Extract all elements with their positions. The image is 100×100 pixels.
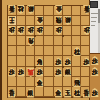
board-cell[interactable] [44,87,53,97]
hand-piece[interactable]: 歩 [91,56,99,65]
star-point [34,35,36,37]
board-cell[interactable] [72,6,81,16]
captured-pieces-tray: 歩歩歩 [90,53,100,100]
board-cell[interactable] [44,77,53,87]
star-point [62,66,64,68]
side-panel: 歩歩歩 [90,0,100,100]
board-cell[interactable] [8,77,17,87]
board-cell[interactable] [72,56,81,66]
board-cell[interactable] [44,6,53,16]
board-cell[interactable] [44,26,53,36]
board-cell[interactable] [44,67,53,77]
board-cell[interactable] [17,16,26,26]
board-cell[interactable] [17,46,26,56]
star-point [62,35,64,37]
scrollbar-thumb[interactable] [98,9,100,23]
board-cell[interactable] [44,16,53,26]
move-list-line [91,25,95,26]
hand-piece[interactable]: 歩 [91,88,99,97]
board-cell[interactable] [81,36,90,46]
board-cell[interactable] [81,77,90,87]
board-cell[interactable] [44,36,53,46]
board-cell[interactable] [72,67,81,77]
board-cell[interactable] [63,36,72,46]
board-cell[interactable] [44,56,53,66]
board-cell[interactable] [35,46,44,56]
board-cell[interactable] [8,36,17,46]
board-cell[interactable] [17,77,26,87]
board-cell[interactable] [17,87,26,97]
board-cell[interactable] [63,46,72,56]
board-cell[interactable] [81,16,90,26]
board-cell[interactable] [35,87,44,97]
board-cell[interactable] [81,46,90,56]
move-list-line [91,17,97,18]
hand-piece[interactable]: 歩 [91,67,99,76]
board-cell[interactable] [63,77,72,87]
board-cell[interactable] [8,46,17,56]
board-cell[interactable] [17,56,26,66]
board-cell[interactable] [17,36,26,46]
board-cell[interactable] [35,36,44,46]
board-cell[interactable] [35,6,44,16]
board-cell[interactable] [44,46,53,56]
star-point [34,66,36,68]
scrollbar[interactable] [98,9,100,53]
board-cell[interactable] [26,16,35,26]
board-cell[interactable] [26,46,35,56]
board-cell[interactable] [54,46,63,56]
shogi-app: 香桂銀金香王金飛銀歩歩歩歩歩歩角桂角歩歩歩歩歩馬歩歩銀金飛香銀金玉桂香 歩歩歩 [0,0,100,100]
board-cell[interactable] [63,6,72,16]
board-cell[interactable] [54,36,63,46]
menu-button[interactable] [90,1,98,8]
move-list-line [91,13,98,14]
board-cell[interactable] [26,77,35,87]
board-cell[interactable] [72,16,81,26]
board-cell[interactable] [8,56,17,66]
board-cell[interactable] [54,77,63,87]
board-cell[interactable] [81,67,90,77]
move-list-line [91,21,96,22]
board-cell[interactable] [26,56,35,66]
board-cell[interactable] [72,26,81,36]
board-cell[interactable] [63,26,72,36]
shogi-board: 香桂銀金香王金飛銀歩歩歩歩歩歩角桂角歩歩歩歩歩馬歩歩銀金飛香銀金玉桂香 [0,0,90,100]
board-cell[interactable] [72,36,81,46]
